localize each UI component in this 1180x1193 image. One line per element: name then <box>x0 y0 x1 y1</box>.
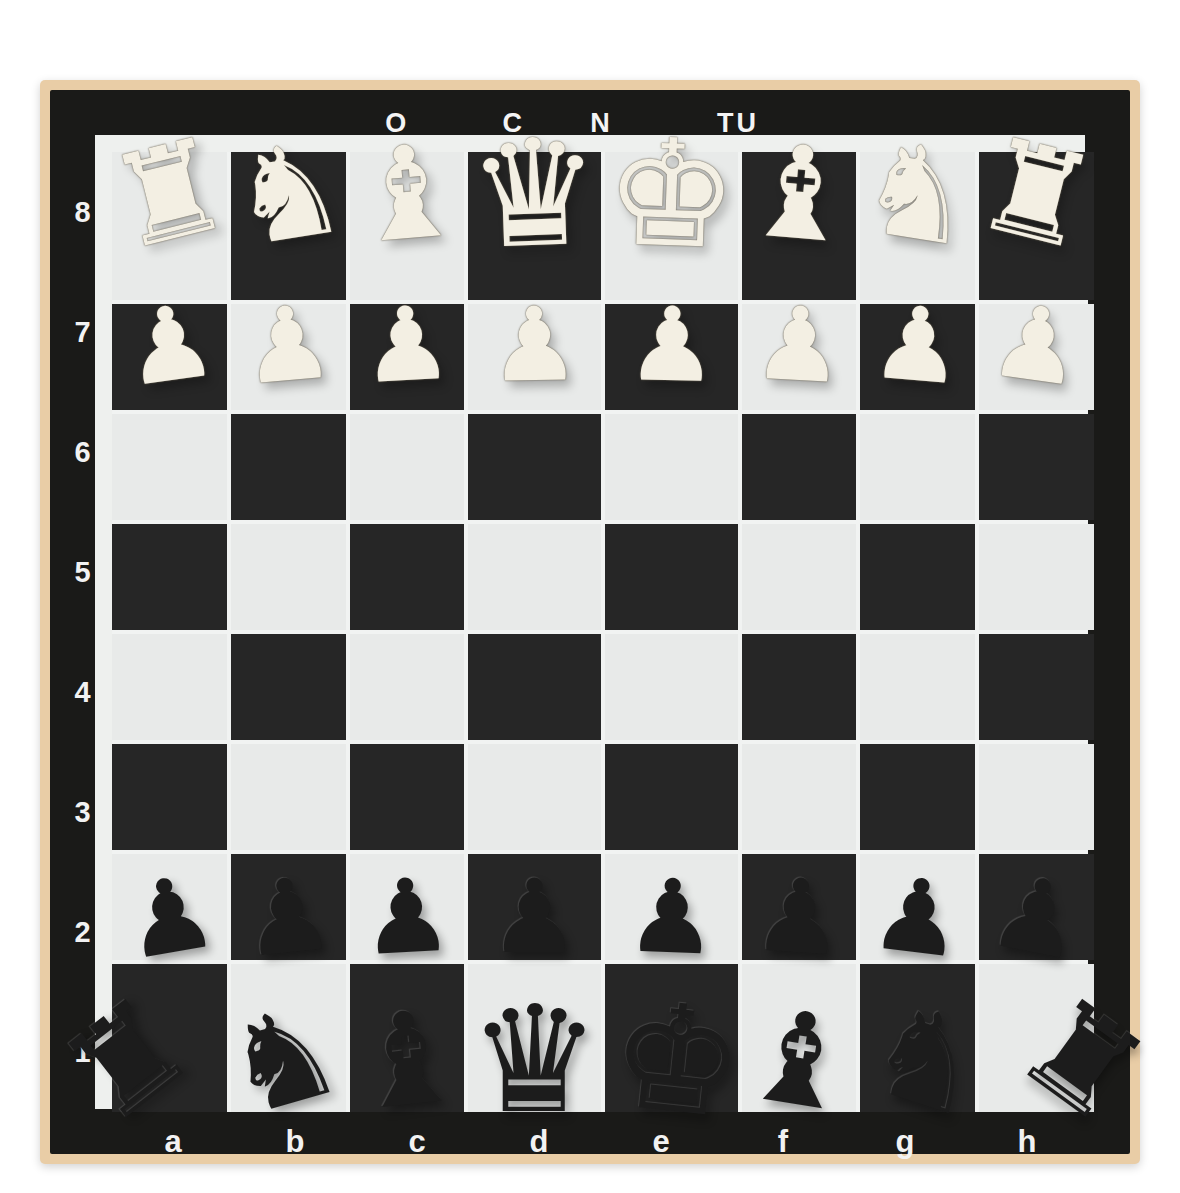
square-e4[interactable] <box>605 634 738 740</box>
rank-label-6: 6 <box>60 392 105 512</box>
square-c7[interactable]: ♟ <box>350 304 465 410</box>
black-knight-b1[interactable]: ♞ <box>209 983 355 1138</box>
square-c4[interactable] <box>350 634 465 740</box>
square-h3[interactable] <box>979 744 1094 850</box>
square-a1[interactable]: ♜ <box>112 964 227 1112</box>
black-bishop-c1[interactable]: ♝ <box>343 990 471 1129</box>
black-pawn-h2[interactable]: ♟ <box>982 858 1091 976</box>
square-d1[interactable]: ♛ <box>468 964 601 1112</box>
black-pawn-f2[interactable]: ♟ <box>750 863 848 971</box>
white-queen-d8[interactable]: ♛ <box>466 118 604 271</box>
white-pawn-f7[interactable]: ♟ <box>751 292 848 399</box>
square-h1[interactable]: ♜ <box>979 964 1094 1112</box>
square-d3[interactable] <box>468 744 601 850</box>
black-pawn-c2[interactable]: ♟ <box>359 864 456 971</box>
rank-label-7: 7 <box>60 272 105 392</box>
square-e7[interactable]: ♟ <box>605 304 738 410</box>
square-h7[interactable]: ♟ <box>979 304 1094 410</box>
black-king-e1[interactable]: ♚ <box>604 979 751 1140</box>
square-f2[interactable]: ♟ <box>742 854 857 960</box>
white-pawn-e7[interactable]: ♟ <box>625 293 718 397</box>
square-g4[interactable] <box>860 634 975 740</box>
square-e8[interactable]: ♚ <box>605 152 738 300</box>
square-b3[interactable] <box>231 744 346 850</box>
square-f3[interactable] <box>742 744 857 850</box>
white-pawn-g7[interactable]: ♟ <box>868 290 968 400</box>
chess-board: OCNTU 87654321 abcdefgh ♜♞♝♛♚♝♞♜♟♟♟♟♟♟♟♟… <box>40 80 1140 1164</box>
black-pawn-g2[interactable]: ♟ <box>866 861 969 973</box>
squares-grid: ♜♞♝♛♚♝♞♜♟♟♟♟♟♟♟♟♟♟♟♟♟♟♟♟♜♞♝♛♚♝♞♜ <box>112 152 1088 1112</box>
square-f4[interactable] <box>742 634 857 740</box>
square-d5[interactable] <box>468 524 601 630</box>
white-knight-b8[interactable]: ♞ <box>221 122 354 266</box>
black-pawn-b2[interactable]: ♟ <box>237 861 339 972</box>
rank-labels: 87654321 <box>60 152 105 1112</box>
square-g5[interactable] <box>860 524 975 630</box>
square-a6[interactable] <box>112 414 227 520</box>
black-pawn-d2[interactable]: ♟ <box>489 866 580 968</box>
square-d8[interactable]: ♛ <box>468 152 601 300</box>
black-knight-g1[interactable]: ♞ <box>853 981 1002 1138</box>
square-g6[interactable] <box>860 414 975 520</box>
white-pawn-a7[interactable]: ♟ <box>117 288 222 402</box>
square-f5[interactable] <box>742 524 857 630</box>
rank-label-3: 3 <box>60 752 105 872</box>
board-border-band: OCNTU 87654321 abcdefgh ♜♞♝♛♚♝♞♜♟♟♟♟♟♟♟♟… <box>50 90 1130 1154</box>
square-c1[interactable]: ♝ <box>350 964 465 1112</box>
square-g2[interactable]: ♟ <box>860 854 975 960</box>
white-pawn-h7[interactable]: ♟ <box>984 288 1089 402</box>
square-h6[interactable] <box>979 414 1094 520</box>
black-bishop-f1[interactable]: ♝ <box>732 988 865 1132</box>
square-a3[interactable] <box>112 744 227 850</box>
square-f6[interactable] <box>742 414 857 520</box>
square-b8[interactable]: ♞ <box>231 152 346 300</box>
white-pawn-b7[interactable]: ♟ <box>238 290 338 400</box>
square-b2[interactable]: ♟ <box>231 854 346 960</box>
square-h5[interactable] <box>979 524 1094 630</box>
square-b4[interactable] <box>231 634 346 740</box>
square-b1[interactable]: ♞ <box>231 964 346 1112</box>
white-bishop-c8[interactable]: ♝ <box>344 125 469 263</box>
square-g3[interactable] <box>860 744 975 850</box>
square-c3[interactable] <box>350 744 465 850</box>
square-g8[interactable]: ♞ <box>860 152 975 300</box>
square-b6[interactable] <box>231 414 346 520</box>
square-a7[interactable]: ♟ <box>112 304 227 410</box>
square-h8[interactable]: ♜ <box>979 152 1094 300</box>
black-pawn-e2[interactable]: ♟ <box>624 864 719 969</box>
square-a4[interactable] <box>112 634 227 740</box>
square-h4[interactable] <box>979 634 1094 740</box>
square-c5[interactable] <box>350 524 465 630</box>
square-g1[interactable]: ♞ <box>860 964 975 1112</box>
square-c2[interactable]: ♟ <box>350 854 465 960</box>
square-f8[interactable]: ♝ <box>742 152 857 300</box>
rank-label-4: 4 <box>60 632 105 752</box>
black-queen-d1[interactable]: ♛ <box>468 986 601 1134</box>
board-photo-scene: OCNTU 87654321 abcdefgh ♜♞♝♛♚♝♞♜♟♟♟♟♟♟♟♟… <box>0 0 1180 1193</box>
white-bishop-f8[interactable]: ♝ <box>736 125 861 263</box>
square-d6[interactable] <box>468 414 601 520</box>
square-f7[interactable]: ♟ <box>742 304 857 410</box>
square-g7[interactable]: ♟ <box>860 304 975 410</box>
rank-label-5: 5 <box>60 512 105 632</box>
square-e6[interactable] <box>605 414 738 520</box>
rank-label-8: 8 <box>60 152 105 272</box>
square-h2[interactable]: ♟ <box>979 854 1094 960</box>
square-f1[interactable]: ♝ <box>742 964 857 1112</box>
square-a5[interactable] <box>112 524 227 630</box>
square-a8[interactable]: ♜ <box>112 152 227 300</box>
white-king-e8[interactable]: ♚ <box>602 118 740 271</box>
square-d2[interactable]: ♟ <box>468 854 601 960</box>
square-d4[interactable] <box>468 634 601 740</box>
square-b5[interactable] <box>231 524 346 630</box>
square-c8[interactable]: ♝ <box>350 152 465 300</box>
white-pawn-d7[interactable]: ♟ <box>488 293 581 397</box>
square-e2[interactable]: ♟ <box>605 854 738 960</box>
square-c6[interactable] <box>350 414 465 520</box>
square-b7[interactable]: ♟ <box>231 304 346 410</box>
black-pawn-a2[interactable]: ♟ <box>115 859 223 975</box>
square-d7[interactable]: ♟ <box>468 304 601 410</box>
square-e5[interactable] <box>605 524 738 630</box>
square-a2[interactable]: ♟ <box>112 854 227 960</box>
rank-label-2: 2 <box>60 872 105 992</box>
square-e3[interactable] <box>605 744 738 850</box>
white-pawn-c7[interactable]: ♟ <box>359 292 456 399</box>
square-e1[interactable]: ♚ <box>605 964 738 1112</box>
